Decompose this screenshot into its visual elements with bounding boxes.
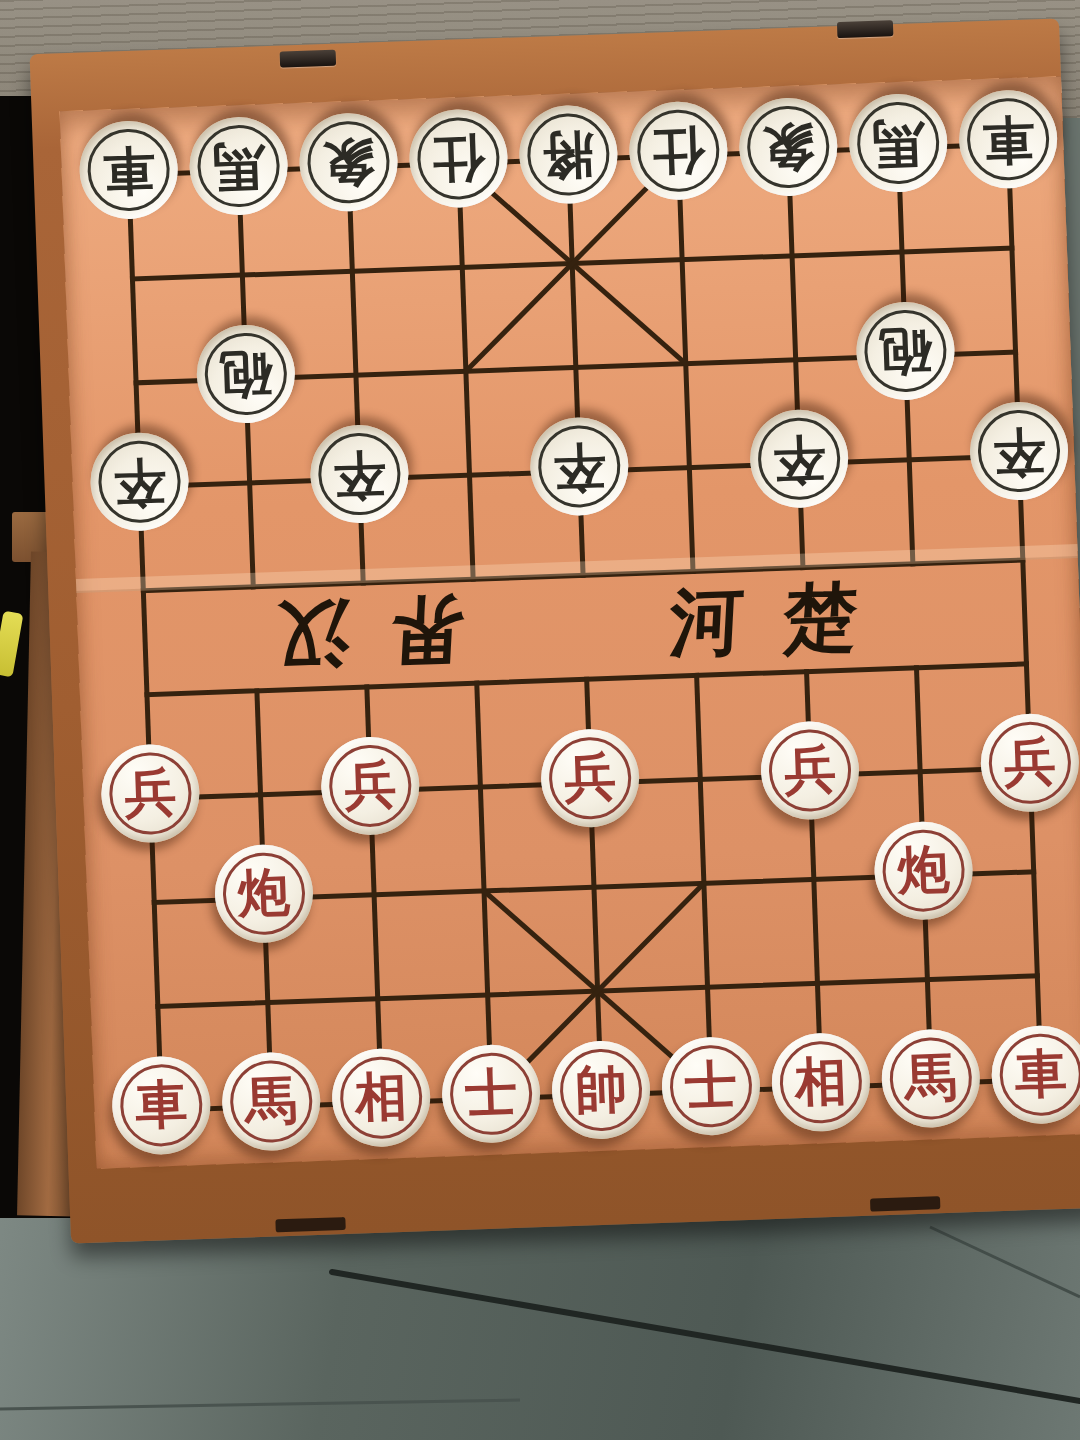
piece-ring: 相 [339,1055,424,1140]
river-text-chu-he: 河楚 [667,560,901,676]
piece-glyph: 兵 [1003,727,1057,799]
board-grid [60,76,1080,1168]
piece-ring: 兵 [987,720,1072,805]
piece-glyph: 炮 [237,858,291,930]
piece-glyph: 馬 [871,107,925,179]
piece-ring: 士 [449,1051,534,1136]
piece-glyph: 象 [321,126,375,198]
piece-ring: 車 [966,97,1051,182]
piece-glyph: 卒 [772,423,826,495]
piece-glyph: 馬 [904,1043,958,1115]
piece-ring: 車 [998,1032,1080,1117]
piece-ring: 帥 [559,1048,644,1133]
piece-glyph: 兵 [343,750,397,822]
piece-glyph: 兵 [123,758,177,830]
piece-glyph: 相 [794,1046,848,1118]
case-clasp-left [280,50,337,68]
piece-ring: 馬 [196,124,281,209]
board-surface: 界汉 河楚 車馬象仕將仕象馬車砲砲卒卒卒卒卒兵兵兵兵兵炮炮車馬相士帥士相馬車 [60,76,1080,1168]
piece-glyph: 士 [464,1058,518,1130]
piece-ring: 仕 [636,108,721,193]
piece-ring: 卒 [537,424,622,509]
piece-ring: 卒 [317,432,402,517]
piece-ring: 相 [779,1040,864,1125]
piece-ring: 馬 [856,101,941,186]
piece-glyph: 車 [1014,1039,1068,1111]
piece-glyph: 馬 [244,1066,298,1138]
piece-ring: 兵 [328,743,413,828]
piece-glyph: 車 [134,1069,188,1141]
piece-ring: 仕 [416,116,501,201]
piece-ring: 炮 [222,851,307,936]
piece-glyph: 相 [354,1062,408,1134]
piece-ring: 砲 [203,332,288,417]
piece-ring: 兵 [768,728,853,813]
piece-ring: 馬 [888,1036,973,1121]
piece-glyph: 砲 [219,338,273,410]
piece-glyph: 兵 [783,735,837,807]
piece-glyph: 仕 [651,115,705,187]
piece-glyph: 卒 [112,446,166,518]
piece-glyph: 帥 [574,1054,628,1126]
case-clasp-right [837,20,894,38]
piece-ring: 象 [746,105,831,190]
piece-ring: 卒 [757,416,842,501]
piece-glyph: 炮 [896,835,950,907]
case-hinge-left [275,1217,345,1232]
piece-glyph: 砲 [878,315,932,387]
piece-ring: 象 [306,120,391,205]
piece-ring: 馬 [229,1059,314,1144]
piece-ring: 卒 [977,409,1062,494]
piece-ring: 炮 [881,828,966,913]
piece-glyph: 馬 [211,130,265,202]
piece-ring: 士 [669,1044,754,1129]
piece-ring: 卒 [97,439,182,524]
piece-glyph: 車 [101,134,155,206]
piece-glyph: 卒 [992,415,1046,487]
piece-ring: 車 [86,128,171,213]
case-hinge-right [870,1196,940,1211]
board-case: 界汉 河楚 車馬象仕將仕象馬車砲砲卒卒卒卒卒兵兵兵兵兵炮炮車馬相士帥士相馬車 [30,18,1080,1243]
piece-ring: 砲 [863,309,948,394]
piece-glyph: 卒 [332,438,386,510]
piece-glyph: 車 [981,103,1035,175]
piece-ring: 車 [119,1063,204,1148]
piece-glyph: 士 [684,1050,738,1122]
piece-ring: 將 [526,112,611,197]
river-text-han-jie: 界汉 [233,575,467,691]
piece-glyph: 象 [761,111,815,183]
piece-glyph: 將 [541,119,595,191]
piece-glyph: 仕 [431,123,485,195]
piece-ring: 兵 [108,751,193,836]
piece-glyph: 兵 [563,742,617,814]
piece-glyph: 卒 [552,431,606,503]
piece-ring: 兵 [548,736,633,821]
